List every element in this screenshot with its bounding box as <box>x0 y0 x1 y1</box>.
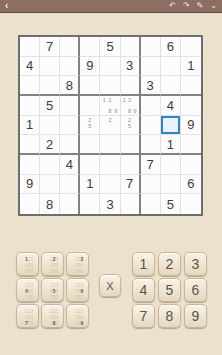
cell-r7c9[interactable] <box>181 155 201 175</box>
cell-r3c9[interactable] <box>181 76 201 96</box>
cell-r3c4[interactable] <box>80 76 100 96</box>
cell-r7c2[interactable] <box>40 155 60 175</box>
cell-r8c2[interactable] <box>40 175 60 195</box>
pencil-marks: 2 <box>101 117 118 134</box>
cell-r8c9[interactable]: 6 <box>181 175 201 195</box>
pencil-keypad: 1234567891234567891234567891234567891234… <box>16 252 89 328</box>
cell-r1c5[interactable]: 5 <box>100 37 120 57</box>
digit-key-3[interactable]: 3 <box>184 252 207 276</box>
cell-r8c8[interactable] <box>161 175 181 195</box>
cell-r1c8[interactable]: 6 <box>161 37 181 57</box>
pencil-key-3[interactable]: 123456789 <box>66 252 89 276</box>
cell-r2c5[interactable] <box>100 57 120 77</box>
cell-r4c6[interactable]: 1289 <box>121 96 141 116</box>
cell-r8c6[interactable]: 7 <box>121 175 141 195</box>
pencil-marks: 25 <box>122 117 138 134</box>
pencil-key-1[interactable]: 123456789 <box>16 252 39 276</box>
mini-grid: 123456789 <box>23 306 32 326</box>
cell-r9c7[interactable] <box>141 194 161 214</box>
cell-r2c8[interactable] <box>161 57 181 77</box>
sudoku-app-screen: ‹ ↶ ↷ ✎ ⌄ 756493183512891289412522592147… <box>0 0 222 355</box>
cell-r9c4[interactable] <box>80 194 100 214</box>
cell-r5c4[interactable]: 25 <box>80 116 100 136</box>
digit-key-9[interactable]: 9 <box>184 304 207 328</box>
cell-r7c5[interactable] <box>100 155 120 175</box>
cell-r2c1[interactable]: 4 <box>20 57 40 77</box>
pencil-key-4[interactable]: 123456789 <box>16 278 39 302</box>
digit-key-4[interactable]: 4 <box>132 278 155 302</box>
cell-r9c1[interactable] <box>20 194 40 214</box>
digit-key-6[interactable]: 6 <box>184 278 207 302</box>
undo-icon[interactable]: ↶ <box>169 0 176 12</box>
cell-r8c3[interactable] <box>60 175 80 195</box>
cell-r6c7[interactable] <box>141 135 161 155</box>
cell-r7c3[interactable]: 4 <box>60 155 80 175</box>
mini-grid: 123456789 <box>73 306 82 326</box>
cell-r7c6[interactable] <box>121 155 141 175</box>
cell-r8c5[interactable] <box>100 175 120 195</box>
cell-r6c6[interactable] <box>121 135 141 155</box>
digit-key-8[interactable]: 8 <box>158 304 181 328</box>
cell-r9c6[interactable] <box>121 194 141 214</box>
digit-keypad: 123456789 <box>132 252 207 328</box>
digit-key-2[interactable]: 2 <box>158 252 181 276</box>
cell-r6c1[interactable] <box>20 135 40 155</box>
cell-r2c6[interactable]: 3 <box>121 57 141 77</box>
mini-grid: 123456789 <box>73 254 82 274</box>
mini-grid: 123456789 <box>23 280 32 300</box>
cell-r6c2[interactable]: 2 <box>40 135 60 155</box>
pencil-key-8[interactable]: 123456789 <box>41 304 64 328</box>
pencil-marks: 1289 <box>101 97 118 114</box>
cell-r4c4[interactable] <box>80 96 100 116</box>
cell-r1c1[interactable] <box>20 37 40 57</box>
cell-r9c8[interactable]: 5 <box>161 194 181 214</box>
pencil-key-9[interactable]: 123456789 <box>66 304 89 328</box>
cell-r4c3[interactable] <box>60 96 80 116</box>
cell-r2c3[interactable] <box>60 57 80 77</box>
pencil-key-7[interactable]: 123456789 <box>16 304 39 328</box>
mini-grid: 123456789 <box>48 306 57 326</box>
cell-r3c6[interactable] <box>121 76 141 96</box>
top-action-bar: ‹ ↶ ↷ ✎ ⌄ <box>0 0 222 13</box>
cell-r3c2[interactable] <box>40 76 60 96</box>
digit-key-7[interactable]: 7 <box>132 304 155 328</box>
cell-r5c9[interactable]: 9 <box>181 116 201 136</box>
clear-key[interactable]: X <box>99 274 121 297</box>
pencil-marks: 25 <box>81 117 98 134</box>
cell-r1c4[interactable] <box>80 37 100 57</box>
cell-r3c1[interactable] <box>20 76 40 96</box>
cell-r1c2[interactable]: 7 <box>40 37 60 57</box>
sudoku-board: 7564931835128912894125225921479176835 <box>18 35 203 216</box>
cell-r7c4[interactable] <box>80 155 100 175</box>
mini-grid: 123456789 <box>23 254 32 274</box>
cell-r4c5[interactable]: 1289 <box>100 96 120 116</box>
cell-r1c7[interactable] <box>141 37 161 57</box>
cell-r3c5[interactable] <box>100 76 120 96</box>
cell-r9c2[interactable]: 8 <box>40 194 60 214</box>
cell-r9c9[interactable] <box>181 194 201 214</box>
cell-r9c5[interactable]: 3 <box>100 194 120 214</box>
cell-r7c7[interactable]: 7 <box>141 155 161 175</box>
cell-r2c7[interactable] <box>141 57 161 77</box>
pencil-marks: 1289 <box>122 97 138 114</box>
cell-r5c5[interactable]: 2 <box>100 116 120 136</box>
cell-r3c3[interactable]: 8 <box>60 76 80 96</box>
cell-r1c9[interactable] <box>181 37 201 57</box>
mini-grid: 123456789 <box>73 280 82 300</box>
selected-cell[interactable] <box>161 116 181 136</box>
cell-r7c8[interactable] <box>161 155 181 175</box>
cell-r2c4[interactable]: 9 <box>80 57 100 77</box>
mini-grid: 123456789 <box>48 280 57 300</box>
cell-r5c2[interactable] <box>40 116 60 136</box>
digit-key-1[interactable]: 1 <box>132 252 155 276</box>
cell-r2c2[interactable] <box>40 57 60 77</box>
cell-r8c4[interactable]: 1 <box>80 175 100 195</box>
cell-r6c3[interactable] <box>60 135 80 155</box>
cell-r6c8[interactable]: 1 <box>161 135 181 155</box>
cell-r8c1[interactable]: 9 <box>20 175 40 195</box>
cell-r3c8[interactable] <box>161 76 181 96</box>
cell-r6c9[interactable] <box>181 135 201 155</box>
cell-r4c2[interactable]: 5 <box>40 96 60 116</box>
redo-icon[interactable]: ↷ <box>183 0 190 12</box>
cell-r5c7[interactable] <box>141 116 161 136</box>
cell-r4c1[interactable] <box>20 96 40 116</box>
cell-r2c9[interactable]: 1 <box>181 57 201 77</box>
cell-r3c7[interactable]: 3 <box>141 76 161 96</box>
cell-r6c5[interactable] <box>100 135 120 155</box>
cell-r4c9[interactable] <box>181 96 201 116</box>
cell-r5c3[interactable] <box>60 116 80 136</box>
chevron-down-icon[interactable]: ⌄ <box>210 0 217 12</box>
pencil-icon[interactable]: ✎ <box>197 0 204 12</box>
cell-r1c3[interactable] <box>60 37 80 57</box>
pencil-key-2[interactable]: 123456789 <box>41 252 64 276</box>
digit-key-5[interactable]: 5 <box>158 278 181 302</box>
cell-r7c1[interactable] <box>20 155 40 175</box>
cell-r9c3[interactable] <box>60 194 80 214</box>
cell-r1c6[interactable] <box>121 37 141 57</box>
cell-r5c1[interactable]: 1 <box>20 116 40 136</box>
toolbar-actions: ↶ ↷ ✎ ⌄ <box>169 0 222 12</box>
back-icon[interactable]: ‹ <box>0 0 13 12</box>
cell-r8c7[interactable] <box>141 175 161 195</box>
cell-r4c8[interactable]: 4 <box>161 96 181 116</box>
pencil-key-6[interactable]: 123456789 <box>66 278 89 302</box>
cell-r6c4[interactable] <box>80 135 100 155</box>
cell-r4c7[interactable] <box>141 96 161 116</box>
pencil-key-5[interactable]: 123456789 <box>41 278 64 302</box>
cell-r5c6[interactable]: 25 <box>121 116 141 136</box>
mini-grid: 123456789 <box>48 254 57 274</box>
